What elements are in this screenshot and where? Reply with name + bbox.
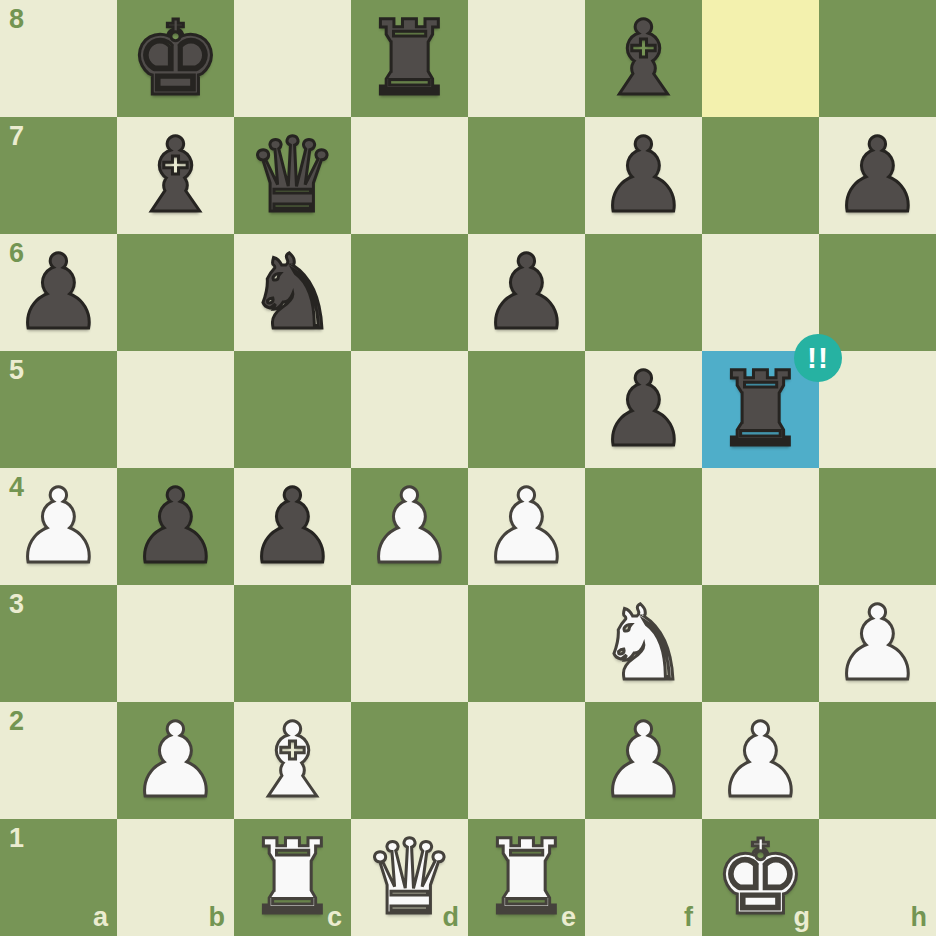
square-b2[interactable]: ♟ bbox=[117, 702, 234, 819]
chess-board: 8♚♜♝7♝♛♟♟6♟♞♟5♟♜!!4♟♟♟♟♟3♞♟2♟♝♟♟1abc♜d♛e… bbox=[0, 0, 936, 936]
file-label-b: b bbox=[209, 902, 226, 933]
square-a8[interactable]: 8 bbox=[0, 0, 117, 117]
square-a3[interactable]: 3 bbox=[0, 585, 117, 702]
square-g1[interactable]: g♚ bbox=[702, 819, 819, 936]
rank-label-6: 6 bbox=[9, 238, 24, 269]
piece-white-pawn[interactable]: ♟ bbox=[702, 702, 819, 819]
piece-black-pawn[interactable]: ♟ bbox=[117, 468, 234, 585]
square-d2[interactable] bbox=[351, 702, 468, 819]
square-c1[interactable]: c♜ bbox=[234, 819, 351, 936]
piece-black-pawn[interactable]: ♟ bbox=[468, 234, 585, 351]
square-c5[interactable] bbox=[234, 351, 351, 468]
file-label-a: a bbox=[93, 902, 108, 933]
square-e7[interactable] bbox=[468, 117, 585, 234]
square-f3[interactable]: ♞ bbox=[585, 585, 702, 702]
square-c6[interactable]: ♞ bbox=[234, 234, 351, 351]
square-h6[interactable] bbox=[819, 234, 936, 351]
square-f8[interactable]: ♝ bbox=[585, 0, 702, 117]
square-c2[interactable]: ♝ bbox=[234, 702, 351, 819]
square-d1[interactable]: d♛ bbox=[351, 819, 468, 936]
square-c7[interactable]: ♛ bbox=[234, 117, 351, 234]
square-a1[interactable]: 1a bbox=[0, 819, 117, 936]
square-d6[interactable] bbox=[351, 234, 468, 351]
square-c8[interactable] bbox=[234, 0, 351, 117]
piece-white-pawn[interactable]: ♟ bbox=[351, 468, 468, 585]
file-label-g: g bbox=[794, 902, 811, 933]
square-g3[interactable] bbox=[702, 585, 819, 702]
piece-white-pawn[interactable]: ♟ bbox=[117, 702, 234, 819]
square-a5[interactable]: 5 bbox=[0, 351, 117, 468]
square-g7[interactable] bbox=[702, 117, 819, 234]
file-label-d: d bbox=[443, 902, 460, 933]
square-f1[interactable]: f bbox=[585, 819, 702, 936]
square-d4[interactable]: ♟ bbox=[351, 468, 468, 585]
piece-white-bishop[interactable]: ♝ bbox=[234, 702, 351, 819]
rank-label-1: 1 bbox=[9, 823, 24, 854]
square-b1[interactable]: b bbox=[117, 819, 234, 936]
square-g6[interactable] bbox=[702, 234, 819, 351]
piece-black-king[interactable]: ♚ bbox=[117, 0, 234, 117]
square-h4[interactable] bbox=[819, 468, 936, 585]
square-g2[interactable]: ♟ bbox=[702, 702, 819, 819]
square-b3[interactable] bbox=[117, 585, 234, 702]
square-a6[interactable]: 6♟ bbox=[0, 234, 117, 351]
square-b6[interactable] bbox=[117, 234, 234, 351]
square-h7[interactable]: ♟ bbox=[819, 117, 936, 234]
piece-white-knight[interactable]: ♞ bbox=[585, 585, 702, 702]
rank-label-2: 2 bbox=[9, 706, 24, 737]
piece-black-pawn[interactable]: ♟ bbox=[234, 468, 351, 585]
square-c4[interactable]: ♟ bbox=[234, 468, 351, 585]
square-f7[interactable]: ♟ bbox=[585, 117, 702, 234]
rank-label-3: 3 bbox=[9, 589, 24, 620]
file-label-c: c bbox=[327, 902, 342, 933]
piece-black-bishop[interactable]: ♝ bbox=[117, 117, 234, 234]
square-d5[interactable] bbox=[351, 351, 468, 468]
rank-label-4: 4 bbox=[9, 472, 24, 503]
square-b4[interactable]: ♟ bbox=[117, 468, 234, 585]
piece-black-queen[interactable]: ♛ bbox=[234, 117, 351, 234]
square-d8[interactable]: ♜ bbox=[351, 0, 468, 117]
square-b5[interactable] bbox=[117, 351, 234, 468]
piece-white-pawn[interactable]: ♟ bbox=[468, 468, 585, 585]
rank-label-5: 5 bbox=[9, 355, 24, 386]
square-g4[interactable] bbox=[702, 468, 819, 585]
square-h3[interactable]: ♟ bbox=[819, 585, 936, 702]
piece-white-pawn[interactable]: ♟ bbox=[819, 585, 936, 702]
square-e5[interactable] bbox=[468, 351, 585, 468]
piece-black-bishop[interactable]: ♝ bbox=[585, 0, 702, 117]
square-e1[interactable]: e♜ bbox=[468, 819, 585, 936]
square-e4[interactable]: ♟ bbox=[468, 468, 585, 585]
square-a4[interactable]: 4♟ bbox=[0, 468, 117, 585]
rank-label-8: 8 bbox=[9, 4, 24, 35]
file-label-e: e bbox=[561, 902, 576, 933]
square-f6[interactable] bbox=[585, 234, 702, 351]
square-b8[interactable]: ♚ bbox=[117, 0, 234, 117]
piece-black-rook[interactable]: ♜ bbox=[351, 0, 468, 117]
square-e8[interactable] bbox=[468, 0, 585, 117]
brilliant-move-badge: !! bbox=[794, 334, 842, 382]
square-f2[interactable]: ♟ bbox=[585, 702, 702, 819]
file-label-h: h bbox=[911, 902, 928, 933]
square-h8[interactable] bbox=[819, 0, 936, 117]
square-b7[interactable]: ♝ bbox=[117, 117, 234, 234]
square-a7[interactable]: 7 bbox=[0, 117, 117, 234]
rank-label-7: 7 bbox=[9, 121, 24, 152]
square-g5[interactable]: ♜!! bbox=[702, 351, 819, 468]
square-d7[interactable] bbox=[351, 117, 468, 234]
piece-black-pawn[interactable]: ♟ bbox=[585, 117, 702, 234]
square-f5[interactable]: ♟ bbox=[585, 351, 702, 468]
piece-black-knight[interactable]: ♞ bbox=[234, 234, 351, 351]
square-f4[interactable] bbox=[585, 468, 702, 585]
square-e2[interactable] bbox=[468, 702, 585, 819]
piece-black-pawn[interactable]: ♟ bbox=[585, 351, 702, 468]
piece-black-pawn[interactable]: ♟ bbox=[819, 117, 936, 234]
square-h1[interactable]: h bbox=[819, 819, 936, 936]
square-a2[interactable]: 2 bbox=[0, 702, 117, 819]
square-c3[interactable] bbox=[234, 585, 351, 702]
square-g8[interactable] bbox=[702, 0, 819, 117]
square-d3[interactable] bbox=[351, 585, 468, 702]
file-label-f: f bbox=[684, 902, 693, 933]
piece-white-pawn[interactable]: ♟ bbox=[585, 702, 702, 819]
square-e6[interactable]: ♟ bbox=[468, 234, 585, 351]
square-h2[interactable] bbox=[819, 702, 936, 819]
square-e3[interactable] bbox=[468, 585, 585, 702]
